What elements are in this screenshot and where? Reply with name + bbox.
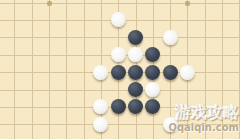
black-stone: [145, 65, 160, 80]
empty-intersection[interactable]: [196, 81, 213, 98]
empty-intersection[interactable]: [110, 81, 127, 98]
empty-intersection[interactable]: [179, 98, 196, 115]
empty-intersection[interactable]: [6, 81, 23, 98]
empty-intersection[interactable]: [213, 116, 230, 133]
occupied-intersection: [92, 116, 109, 133]
occupied-intersection: [110, 46, 127, 63]
empty-intersection[interactable]: [58, 46, 75, 63]
black-stone: [145, 47, 160, 62]
occupied-intersection: [110, 11, 127, 28]
empty-intersection[interactable]: [23, 116, 40, 133]
white-stone: [93, 99, 108, 114]
occupied-intersection: [127, 46, 144, 63]
empty-intersection[interactable]: [161, 0, 178, 11]
empty-intersection[interactable]: [213, 98, 230, 115]
empty-intersection[interactable]: [75, 0, 92, 11]
empty-intersection[interactable]: [40, 29, 57, 46]
empty-intersection[interactable]: [6, 116, 23, 133]
empty-intersection[interactable]: [231, 0, 240, 11]
black-stone: [145, 99, 160, 114]
empty-intersection[interactable]: [75, 116, 92, 133]
white-stone: [111, 12, 126, 27]
empty-intersection[interactable]: [23, 63, 40, 80]
occupied-intersection: [144, 46, 161, 63]
empty-intersection[interactable]: [196, 116, 213, 133]
empty-intersection[interactable]: [144, 11, 161, 28]
black-stone: [111, 99, 126, 114]
empty-intersection[interactable]: [58, 98, 75, 115]
empty-intersection[interactable]: [213, 63, 230, 80]
empty-intersection[interactable]: [213, 11, 230, 28]
empty-intersection[interactable]: [231, 63, 240, 80]
white-stone: [180, 65, 195, 80]
empty-intersection[interactable]: [179, 81, 196, 98]
empty-intersection[interactable]: [144, 116, 161, 133]
empty-intersection[interactable]: [40, 63, 57, 80]
empty-intersection[interactable]: [92, 11, 109, 28]
occupied-intersection: [144, 81, 161, 98]
empty-intersection[interactable]: [196, 98, 213, 115]
empty-intersection[interactable]: [92, 46, 109, 63]
black-stone: [163, 65, 178, 80]
empty-intersection[interactable]: [23, 11, 40, 28]
empty-intersection[interactable]: [179, 29, 196, 46]
empty-intersection[interactable]: [179, 116, 196, 133]
occupied-intersection: [161, 29, 178, 46]
white-stone: [145, 82, 160, 97]
occupied-intersection: [161, 116, 178, 133]
empty-intersection[interactable]: [40, 116, 57, 133]
white-stone: [93, 117, 108, 132]
occupied-intersection: [110, 63, 127, 80]
black-stone: [128, 65, 143, 80]
empty-intersection[interactable]: [23, 29, 40, 46]
empty-intersection[interactable]: [196, 0, 213, 11]
empty-intersection[interactable]: [213, 0, 230, 11]
empty-intersection[interactable]: [40, 98, 57, 115]
occupied-intersection: [127, 98, 144, 115]
empty-intersection[interactable]: [58, 0, 75, 11]
empty-intersection[interactable]: [110, 116, 127, 133]
empty-intersection[interactable]: [92, 0, 109, 11]
empty-intersection[interactable]: [75, 46, 92, 63]
occupied-intersection: [127, 63, 144, 80]
empty-intersection[interactable]: [40, 0, 57, 11]
empty-intersection[interactable]: [231, 29, 240, 46]
empty-intersection[interactable]: [213, 81, 230, 98]
empty-intersection[interactable]: [196, 63, 213, 80]
empty-intersection[interactable]: [161, 11, 178, 28]
empty-intersection[interactable]: [6, 29, 23, 46]
empty-intersection[interactable]: [23, 98, 40, 115]
occupied-intersection: [161, 63, 178, 80]
empty-intersection[interactable]: [58, 11, 75, 28]
empty-intersection[interactable]: [179, 46, 196, 63]
occupied-intersection: [110, 98, 127, 115]
stones-layer: [6, 0, 240, 133]
empty-intersection[interactable]: [127, 116, 144, 133]
empty-intersection[interactable]: [231, 11, 240, 28]
empty-intersection[interactable]: [75, 98, 92, 115]
black-stone: [128, 82, 143, 97]
empty-intersection[interactable]: [6, 11, 23, 28]
empty-intersection[interactable]: [58, 81, 75, 98]
empty-intersection[interactable]: [75, 63, 92, 80]
empty-intersection[interactable]: [92, 29, 109, 46]
black-stone: [128, 99, 143, 114]
occupied-intersection: [92, 63, 109, 80]
empty-intersection[interactable]: [23, 0, 40, 11]
empty-intersection[interactable]: [213, 46, 230, 63]
empty-intersection[interactable]: [161, 46, 178, 63]
empty-intersection[interactable]: [213, 29, 230, 46]
empty-intersection[interactable]: [6, 0, 23, 11]
occupied-intersection: [127, 29, 144, 46]
empty-intersection[interactable]: [40, 11, 57, 28]
empty-intersection[interactable]: [196, 29, 213, 46]
empty-intersection[interactable]: [110, 0, 127, 11]
black-stone: [128, 30, 143, 45]
empty-intersection[interactable]: [6, 46, 23, 63]
empty-intersection[interactable]: [110, 29, 127, 46]
white-stone: [93, 65, 108, 80]
empty-intersection[interactable]: [58, 116, 75, 133]
gomoku-board[interactable]: 游戏攻略 Qqaiqin.com: [0, 0, 240, 139]
empty-intersection[interactable]: [161, 98, 178, 115]
empty-intersection[interactable]: [75, 29, 92, 46]
white-stone: [128, 47, 143, 62]
empty-intersection[interactable]: [23, 46, 40, 63]
empty-intersection[interactable]: [231, 116, 240, 133]
empty-intersection[interactable]: [6, 63, 23, 80]
empty-intersection[interactable]: [179, 0, 196, 11]
empty-intersection[interactable]: [23, 81, 40, 98]
white-stone: [163, 117, 178, 132]
empty-intersection[interactable]: [231, 46, 240, 63]
empty-intersection[interactable]: [92, 81, 109, 98]
empty-intersection[interactable]: [231, 81, 240, 98]
empty-intersection[interactable]: [6, 98, 23, 115]
empty-intersection[interactable]: [144, 0, 161, 11]
empty-intersection[interactable]: [196, 46, 213, 63]
empty-intersection[interactable]: [231, 98, 240, 115]
empty-intersection[interactable]: [144, 29, 161, 46]
empty-intersection[interactable]: [127, 11, 144, 28]
occupied-intersection: [144, 98, 161, 115]
empty-intersection[interactable]: [179, 11, 196, 28]
white-stone: [163, 30, 178, 45]
empty-intersection[interactable]: [127, 0, 144, 11]
occupied-intersection: [179, 63, 196, 80]
empty-intersection[interactable]: [40, 46, 57, 63]
empty-intersection[interactable]: [75, 81, 92, 98]
empty-intersection[interactable]: [58, 63, 75, 80]
black-stone: [111, 65, 126, 80]
empty-intersection[interactable]: [161, 81, 178, 98]
white-stone: [111, 47, 126, 62]
empty-intersection[interactable]: [40, 81, 57, 98]
occupied-intersection: [144, 63, 161, 80]
empty-intersection[interactable]: [196, 11, 213, 28]
empty-intersection[interactable]: [58, 29, 75, 46]
occupied-intersection: [127, 81, 144, 98]
occupied-intersection: [92, 98, 109, 115]
empty-intersection[interactable]: [75, 11, 92, 28]
